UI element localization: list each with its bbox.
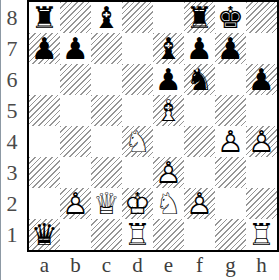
square-g7[interactable]: ♟ <box>215 33 246 64</box>
piece-bp-b7[interactable]: ♟ <box>60 33 91 64</box>
square-f6[interactable]: ♞ <box>184 64 215 95</box>
square-h5[interactable] <box>246 95 277 126</box>
square-g3[interactable] <box>215 157 246 188</box>
square-g6[interactable] <box>215 64 246 95</box>
square-c8[interactable]: ♝ <box>91 2 122 33</box>
piece-bq-a1[interactable]: ♛ <box>29 219 60 250</box>
file-label-a: a <box>29 251 60 279</box>
file-label-e: e <box>153 251 184 279</box>
piece-bp-e6[interactable]: ♟ <box>153 64 184 95</box>
square-c5[interactable] <box>91 95 122 126</box>
piece-bp-g7[interactable]: ♟ <box>215 33 246 64</box>
square-e3[interactable]: ♟♙ <box>153 157 184 188</box>
piece-wn-d4[interactable]: ♘ <box>122 126 153 157</box>
rank-labels: 87654321 <box>0 2 24 250</box>
square-g1[interactable] <box>215 219 246 250</box>
square-c4[interactable] <box>91 126 122 157</box>
square-g2[interactable] <box>215 188 246 219</box>
square-a4[interactable] <box>29 126 60 157</box>
piece-br-f8[interactable]: ♜ <box>184 2 215 33</box>
piece-wr-d1[interactable]: ♖ <box>122 219 153 250</box>
piece-wk-d2[interactable]: ♔ <box>122 188 153 219</box>
square-d2[interactable]: ♚♔ <box>122 188 153 219</box>
chess-board: ♜♝♜♚♟♟♝♟♟♟♞♟♝♗♞♘♟♙♟♙♟♙♟♙♛♕♚♔♞♘♟♙♛♜♖♜♖ <box>27 0 279 252</box>
square-e1[interactable] <box>153 219 184 250</box>
square-b8[interactable] <box>60 2 91 33</box>
file-label-h: h <box>246 251 277 279</box>
square-h3[interactable] <box>246 157 277 188</box>
piece-bb-e7[interactable]: ♝ <box>153 33 184 64</box>
square-d6[interactable] <box>122 64 153 95</box>
square-h1[interactable]: ♜♖ <box>246 219 277 250</box>
square-d5[interactable] <box>122 95 153 126</box>
square-d8[interactable] <box>122 2 153 33</box>
square-b4[interactable] <box>60 126 91 157</box>
file-label-d: d <box>122 251 153 279</box>
square-c1[interactable] <box>91 219 122 250</box>
chess-diagram: 87654321 ♜♝♜♚♟♟♝♟♟♟♞♟♝♗♞♘♟♙♟♙♟♙♟♙♛♕♚♔♞♘♟… <box>0 0 279 280</box>
square-b1[interactable] <box>60 219 91 250</box>
piece-wp-b2[interactable]: ♙ <box>60 188 91 219</box>
square-d4[interactable]: ♞♘ <box>122 126 153 157</box>
piece-wp-g4[interactable]: ♙ <box>215 126 246 157</box>
square-b2[interactable]: ♟♙ <box>60 188 91 219</box>
square-e5[interactable]: ♝♗ <box>153 95 184 126</box>
rank-label-5: 5 <box>0 95 24 126</box>
rank-label-1: 1 <box>0 219 24 250</box>
square-b3[interactable] <box>60 157 91 188</box>
square-f7[interactable]: ♟ <box>184 33 215 64</box>
square-g8[interactable]: ♚ <box>215 2 246 33</box>
square-f3[interactable] <box>184 157 215 188</box>
square-h4[interactable]: ♟♙ <box>246 126 277 157</box>
square-a8[interactable]: ♜ <box>29 2 60 33</box>
square-a1[interactable]: ♛ <box>29 219 60 250</box>
file-label-b: b <box>60 251 91 279</box>
piece-wp-e3[interactable]: ♙ <box>153 157 184 188</box>
square-e4[interactable] <box>153 126 184 157</box>
piece-bn-f6[interactable]: ♞ <box>184 64 215 95</box>
square-f2[interactable]: ♟♙ <box>184 188 215 219</box>
square-a3[interactable] <box>29 157 60 188</box>
rank-label-2: 2 <box>0 188 24 219</box>
square-c3[interactable] <box>91 157 122 188</box>
rank-label-6: 6 <box>0 64 24 95</box>
piece-bp-f7[interactable]: ♟ <box>184 33 215 64</box>
square-a2[interactable] <box>29 188 60 219</box>
square-b7[interactable]: ♟ <box>60 33 91 64</box>
rank-label-8: 8 <box>0 2 24 33</box>
piece-wb-e5[interactable]: ♗ <box>153 95 184 126</box>
square-e7[interactable]: ♝ <box>153 33 184 64</box>
square-h2[interactable] <box>246 188 277 219</box>
piece-wq-c2[interactable]: ♕ <box>91 188 122 219</box>
square-d1[interactable]: ♜♖ <box>122 219 153 250</box>
file-label-g: g <box>215 251 246 279</box>
square-f5[interactable] <box>184 95 215 126</box>
piece-bp-a7[interactable]: ♟ <box>29 33 60 64</box>
square-c2[interactable]: ♛♕ <box>91 188 122 219</box>
square-g4[interactable]: ♟♙ <box>215 126 246 157</box>
square-e8[interactable] <box>153 2 184 33</box>
piece-bb-c8[interactable]: ♝ <box>91 2 122 33</box>
square-f1[interactable] <box>184 219 215 250</box>
piece-bk-g8[interactable]: ♚ <box>215 2 246 33</box>
piece-wp-h4[interactable]: ♙ <box>246 126 277 157</box>
piece-wn-e2[interactable]: ♘ <box>153 188 184 219</box>
square-e6[interactable]: ♟ <box>153 64 184 95</box>
square-c6[interactable] <box>91 64 122 95</box>
rank-label-7: 7 <box>0 33 24 64</box>
rank-label-3: 3 <box>0 157 24 188</box>
file-label-f: f <box>184 251 215 279</box>
square-a7[interactable]: ♟ <box>29 33 60 64</box>
file-label-c: c <box>91 251 122 279</box>
square-a6[interactable] <box>29 64 60 95</box>
square-f8[interactable]: ♜ <box>184 2 215 33</box>
square-h7[interactable] <box>246 33 277 64</box>
square-e2[interactable]: ♞♘ <box>153 188 184 219</box>
rank-label-4: 4 <box>0 126 24 157</box>
square-g5[interactable] <box>215 95 246 126</box>
piece-wr-h1[interactable]: ♖ <box>246 219 277 250</box>
piece-wp-f2[interactable]: ♙ <box>184 188 215 219</box>
piece-bp-h6[interactable]: ♟ <box>246 64 277 95</box>
square-h6[interactable]: ♟ <box>246 64 277 95</box>
square-d3[interactable] <box>122 157 153 188</box>
square-b5[interactable] <box>60 95 91 126</box>
square-f4[interactable] <box>184 126 215 157</box>
square-a5[interactable] <box>29 95 60 126</box>
square-d7[interactable] <box>122 33 153 64</box>
square-h8[interactable] <box>246 2 277 33</box>
piece-br-a8[interactable]: ♜ <box>29 2 60 33</box>
file-labels: abcdefgh <box>29 251 277 279</box>
square-b6[interactable] <box>60 64 91 95</box>
square-c7[interactable] <box>91 33 122 64</box>
